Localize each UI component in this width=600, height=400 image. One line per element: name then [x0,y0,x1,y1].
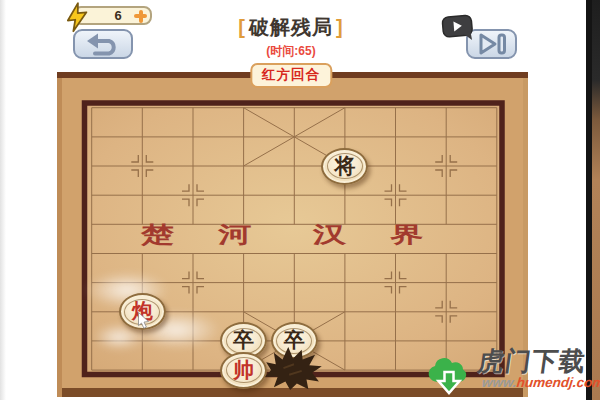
piece-red-general[interactable]: 帅 [220,352,267,389]
piece-label: 将 [334,156,355,177]
turn-badge: 红方回合 [250,63,332,88]
video-edge-right [592,0,600,400]
undo-arrow-icon [82,32,124,56]
piece-black-general[interactable]: 将 [321,148,368,185]
energy-count: 6 [107,8,129,23]
page-title: [破解残局] [235,14,346,41]
video-ad-icon[interactable] [441,14,477,42]
piece-label: 卒 [233,330,254,351]
watermark-brand: 虎门下载 [476,344,589,379]
add-energy-button[interactable] [134,10,147,23]
game-screen: 6 [破解残局] (时间:65) 红方回合 [0,0,600,400]
skip-icon [473,30,510,58]
piece-label: 帅 [233,360,254,381]
timer-label: (时间:65) [235,43,346,60]
mouse-cursor [138,312,151,329]
download-cloud-icon [425,348,473,396]
video-edge-left [0,0,6,400]
undo-button[interactable] [73,29,133,59]
energy-counter: 6 [73,6,152,25]
mud-splat[interactable] [265,345,323,391]
watermark-url: www.humendj.com [481,375,600,390]
